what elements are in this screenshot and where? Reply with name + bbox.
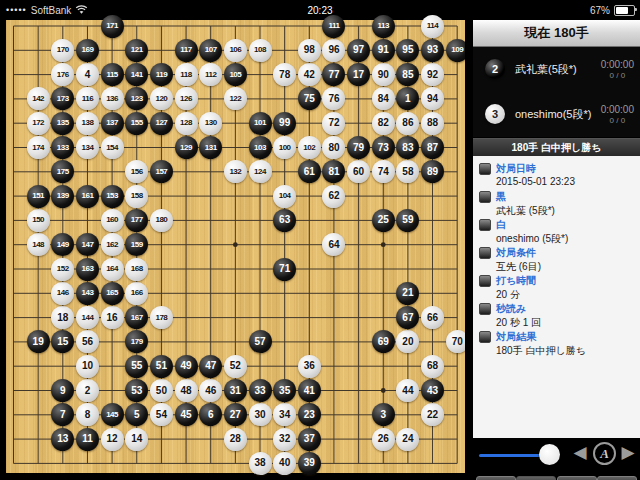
result-bar: 180手 白中押し勝ち	[473, 138, 640, 157]
stone-113: 113	[372, 15, 395, 38]
stone-173: 173	[51, 87, 74, 110]
stone-76: 76	[322, 87, 345, 110]
stone-47: 47	[199, 355, 222, 378]
go-board[interactable]: 1234567891011121314151617181920212223242…	[6, 20, 465, 473]
stone-12: 12	[101, 428, 124, 451]
info-value-byoyomi: 20 秒 1 回	[496, 316, 640, 328]
stone-44: 44	[396, 379, 419, 402]
game-info-sidebar: 現在 180手 2 武礼葉(5段*) 0:00:00 0 / 0 3 onesh…	[465, 20, 640, 480]
stone-8: 8	[76, 403, 99, 426]
stone-72: 72	[322, 112, 345, 135]
player-row-black[interactable]: 2 武礼葉(5段*) 0:00:00 0 / 0	[473, 49, 640, 89]
stone-97: 97	[347, 39, 370, 62]
square-bullet-icon	[479, 331, 491, 343]
stone-117: 117	[175, 39, 198, 62]
stone-62: 62	[322, 185, 345, 208]
stone-73: 73	[372, 136, 395, 159]
playback-controls: ◀ A ▶ 手順 検討 形勢 退室	[473, 438, 640, 480]
square-bullet-icon	[479, 275, 491, 287]
stone-57: 57	[249, 330, 272, 353]
stone-132: 132	[224, 160, 247, 183]
stone-119: 119	[150, 63, 173, 86]
square-bullet-icon	[479, 303, 491, 315]
stone-130: 130	[199, 112, 222, 135]
stone-34: 34	[273, 403, 296, 426]
stone-129: 129	[175, 136, 198, 159]
moves-button[interactable]: 手順	[476, 476, 516, 480]
stone-168: 168	[125, 258, 148, 281]
stone-152: 152	[51, 258, 74, 281]
stone-54: 54	[150, 403, 173, 426]
stone-142: 142	[27, 87, 50, 110]
info-value-black: 武礼葉 (5段*)	[496, 204, 640, 216]
stone-85: 85	[396, 63, 419, 86]
stone-26: 26	[372, 428, 395, 451]
stone-180: 180	[150, 209, 173, 232]
info-value-main-time: 20 分	[496, 288, 640, 300]
white-player-name: oneshimo(5段*)	[515, 107, 601, 122]
stone-24: 24	[396, 428, 419, 451]
stone-155: 155	[125, 112, 148, 135]
current-move-header: 現在 180手	[473, 20, 640, 47]
stone-25: 25	[372, 209, 395, 232]
move-slider[interactable]	[477, 444, 569, 466]
stone-139: 139	[51, 185, 74, 208]
stone-96: 96	[322, 39, 345, 62]
stone-63: 63	[273, 209, 296, 232]
black-player-clock: 0:00:00 0 / 0	[601, 59, 634, 80]
stone-45: 45	[175, 403, 198, 426]
stone-118: 118	[175, 63, 198, 86]
stone-2: 2	[76, 379, 99, 402]
stone-137: 137	[101, 112, 124, 135]
stone-104: 104	[273, 185, 296, 208]
stone-116: 116	[76, 87, 99, 110]
next-move-button[interactable]: ▶	[618, 440, 638, 466]
stone-11: 11	[76, 428, 99, 451]
stone-145: 145	[101, 403, 124, 426]
stone-42: 42	[298, 63, 321, 86]
stone-159: 159	[125, 233, 148, 256]
stone-91: 91	[372, 39, 395, 62]
stone-7: 7	[51, 403, 74, 426]
stone-154: 154	[101, 136, 124, 159]
stone-50: 50	[150, 379, 173, 402]
stone-171: 171	[101, 15, 124, 38]
status-right: 67%	[590, 0, 635, 20]
stone-122: 122	[224, 87, 247, 110]
stone-71: 71	[273, 258, 296, 281]
stone-19: 19	[27, 330, 50, 353]
stone-40: 40	[273, 452, 296, 475]
battery-percent: 67%	[590, 5, 610, 16]
stone-127: 127	[150, 112, 173, 135]
stone-166: 166	[125, 282, 148, 305]
stone-170: 170	[51, 39, 74, 62]
score-estimate-button[interactable]: 形勢	[557, 476, 597, 480]
stone-133: 133	[51, 136, 74, 159]
stone-9: 9	[51, 379, 74, 402]
stone-13: 13	[51, 428, 74, 451]
game-info-list: 対局日時 2015-05-01 23:23 黒 武礼葉 (5段*) 白 ones…	[473, 156, 640, 438]
stone-169: 169	[76, 39, 99, 62]
status-bar: ••••• SoftBank 20:23 67%	[0, 0, 640, 20]
stone-88: 88	[421, 112, 444, 135]
stone-156: 156	[125, 160, 148, 183]
stone-28: 28	[224, 428, 247, 451]
stone-55: 55	[125, 355, 148, 378]
stone-59: 59	[396, 209, 419, 232]
info-label-black: 黒	[479, 190, 640, 203]
square-bullet-icon	[479, 163, 491, 175]
stone-157: 157	[150, 160, 173, 183]
prev-move-button[interactable]: ◀	[570, 440, 590, 466]
stone-120: 120	[150, 87, 173, 110]
stone-22: 22	[421, 403, 444, 426]
stone-136: 136	[101, 87, 124, 110]
stone-158: 158	[125, 185, 148, 208]
stone-32: 32	[273, 428, 296, 451]
stone-143: 143	[76, 282, 99, 305]
stone-27: 27	[224, 403, 247, 426]
stone-160: 160	[101, 209, 124, 232]
stone-37: 37	[298, 428, 321, 451]
stone-21: 21	[396, 282, 419, 305]
stone-48: 48	[175, 379, 198, 402]
info-label-result: 対局結果	[479, 330, 640, 343]
stone-64: 64	[322, 233, 345, 256]
stone-38: 38	[249, 452, 272, 475]
stone-66: 66	[421, 306, 444, 329]
slider-knob[interactable]	[539, 444, 560, 465]
info-value-date: 2015-05-01 23:23	[496, 176, 640, 188]
stone-83: 83	[396, 136, 419, 159]
stone-41: 41	[298, 379, 321, 402]
stone-6: 6	[199, 403, 222, 426]
info-label-main-time: 打ち時間	[479, 274, 640, 287]
stone-162: 162	[101, 233, 124, 256]
stone-52: 52	[224, 355, 247, 378]
black-stone-badge: 2	[485, 59, 505, 79]
stone-78: 78	[273, 63, 296, 86]
stone-17: 17	[347, 63, 370, 86]
stone-23: 23	[298, 403, 321, 426]
stone-107: 107	[199, 39, 222, 62]
stone-1: 1	[396, 87, 419, 110]
stone-95: 95	[396, 39, 419, 62]
stone-164: 164	[101, 258, 124, 281]
stone-115: 115	[101, 63, 124, 86]
autoplay-button[interactable]: A	[593, 442, 616, 465]
stone-69: 69	[372, 330, 395, 353]
players-panel: 2 武礼葉(5段*) 0:00:00 0 / 0 3 oneshimo(5段*)…	[473, 47, 640, 137]
stone-138: 138	[76, 112, 99, 135]
info-value-conditions: 互先 (6目)	[496, 260, 640, 272]
stone-80: 80	[322, 136, 345, 159]
leave-room-button[interactable]: 退室	[597, 476, 637, 480]
action-button-row: 手順 検討 形勢 退室	[473, 474, 640, 480]
stone-134: 134	[76, 136, 99, 159]
square-bullet-icon	[479, 219, 491, 231]
stone-105: 105	[224, 63, 247, 86]
black-player-name: 武礼葉(5段*)	[515, 62, 601, 77]
stone-3: 3	[372, 403, 395, 426]
review-button[interactable]: 検討	[516, 476, 556, 480]
stone-49: 49	[175, 355, 198, 378]
stone-31: 31	[224, 379, 247, 402]
stone-90: 90	[372, 63, 395, 86]
info-value-result: 180手 白中押し勝ち	[496, 344, 640, 356]
stone-94: 94	[421, 87, 444, 110]
info-label-conditions: 対局条件	[479, 246, 640, 259]
stone-123: 123	[125, 87, 148, 110]
stone-87: 87	[421, 136, 444, 159]
stone-43: 43	[421, 379, 444, 402]
stone-163: 163	[76, 258, 99, 281]
stone-16: 16	[101, 306, 124, 329]
stone-103: 103	[249, 136, 272, 159]
stone-99: 99	[273, 112, 296, 135]
stone-177: 177	[125, 209, 148, 232]
stone-39: 39	[298, 452, 321, 475]
stone-131: 131	[199, 136, 222, 159]
stone-68: 68	[421, 355, 444, 378]
stone-53: 53	[125, 379, 148, 402]
stone-106: 106	[224, 39, 247, 62]
info-label-byoyomi: 秒読み	[479, 302, 640, 315]
stone-102: 102	[298, 136, 321, 159]
stone-93: 93	[421, 39, 444, 62]
white-stone-badge: 3	[485, 104, 505, 124]
player-row-white[interactable]: 3 oneshimo(5段*) 0:00:00 0 / 0	[473, 94, 640, 134]
stone-92: 92	[421, 63, 444, 86]
stone-5: 5	[125, 403, 148, 426]
stone-20: 20	[396, 330, 419, 353]
stone-151: 151	[27, 185, 50, 208]
stone-147: 147	[76, 233, 99, 256]
square-bullet-icon	[479, 191, 491, 203]
stone-30: 30	[249, 403, 272, 426]
stone-74: 74	[372, 160, 395, 183]
stone-89: 89	[421, 160, 444, 183]
stone-144: 144	[76, 306, 99, 329]
stone-36: 36	[298, 355, 321, 378]
stone-98: 98	[298, 39, 321, 62]
stone-15: 15	[51, 330, 74, 353]
stone-100: 100	[273, 136, 296, 159]
stone-135: 135	[51, 112, 74, 135]
square-bullet-icon	[479, 247, 491, 259]
stone-86: 86	[396, 112, 419, 135]
stone-101: 101	[249, 112, 272, 135]
stone-56: 56	[76, 330, 99, 353]
stone-150: 150	[27, 209, 50, 232]
stone-51: 51	[150, 355, 173, 378]
stone-112: 112	[199, 63, 222, 86]
stone-124: 124	[249, 160, 272, 183]
stone-18: 18	[51, 306, 74, 329]
stone-128: 128	[175, 112, 198, 135]
stone-58: 58	[396, 160, 419, 183]
stone-167: 167	[125, 306, 148, 329]
stone-77: 77	[322, 63, 345, 86]
stone-14: 14	[125, 428, 148, 451]
info-value-white: oneshimo (5段*)	[496, 232, 640, 244]
stone-108: 108	[249, 39, 272, 62]
stone-61: 61	[298, 160, 321, 183]
stone-84: 84	[372, 87, 395, 110]
stone-114: 114	[421, 15, 444, 38]
white-player-clock: 0:00:00 0 / 0	[601, 104, 634, 125]
stone-67: 67	[396, 306, 419, 329]
stone-33: 33	[249, 379, 272, 402]
stone-141: 141	[125, 63, 148, 86]
stone-161: 161	[76, 185, 99, 208]
stone-153: 153	[101, 185, 124, 208]
stone-79: 79	[347, 136, 370, 159]
stone-172: 172	[27, 112, 50, 135]
stones-layer: 1234567891011121314151617181920212223242…	[6, 20, 465, 473]
stone-179: 179	[125, 330, 148, 353]
stone-82: 82	[372, 112, 395, 135]
stone-111: 111	[322, 15, 345, 38]
stone-46: 46	[199, 379, 222, 402]
stone-35: 35	[273, 379, 296, 402]
stone-178: 178	[150, 306, 173, 329]
stone-121: 121	[125, 39, 148, 62]
stone-75: 75	[298, 87, 321, 110]
stone-126: 126	[175, 87, 198, 110]
stone-4: 4	[76, 63, 99, 86]
info-label-white: 白	[479, 218, 640, 231]
stone-175: 175	[51, 160, 74, 183]
clock: 20:23	[0, 5, 640, 16]
stone-149: 149	[51, 233, 74, 256]
stone-165: 165	[101, 282, 124, 305]
stone-148: 148	[27, 233, 50, 256]
info-label-date: 対局日時	[479, 162, 640, 175]
stone-174: 174	[27, 136, 50, 159]
stone-60: 60	[347, 160, 370, 183]
stone-81: 81	[322, 160, 345, 183]
stone-176: 176	[51, 63, 74, 86]
stone-146: 146	[51, 282, 74, 305]
battery-icon	[614, 5, 635, 16]
stone-10: 10	[76, 355, 99, 378]
